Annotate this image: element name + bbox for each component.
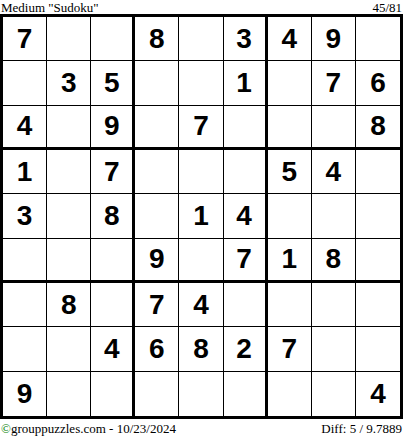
cell-r3c5: 7 xyxy=(179,106,223,150)
cell-r6c8: 8 xyxy=(312,239,356,283)
cell-r1c6: 3 xyxy=(224,17,268,61)
cell-r7c4: 7 xyxy=(135,283,179,327)
cell-r6c4: 9 xyxy=(135,239,179,283)
cell-r3c9: 8 xyxy=(356,106,400,150)
cell-r6c1[interactable] xyxy=(3,239,47,283)
cell-r7c1[interactable] xyxy=(3,283,47,327)
cell-r4c6[interactable] xyxy=(224,150,268,194)
cell-r3c8[interactable] xyxy=(312,106,356,150)
cell-r4c3: 7 xyxy=(91,150,135,194)
cell-r2c6: 1 xyxy=(224,61,268,105)
cell-r6c3[interactable] xyxy=(91,239,135,283)
cell-r9c5[interactable] xyxy=(179,372,223,416)
cell-r9c3[interactable] xyxy=(91,372,135,416)
cell-r5c8[interactable] xyxy=(312,194,356,238)
cell-r6c5[interactable] xyxy=(179,239,223,283)
cell-r3c3: 9 xyxy=(91,106,135,150)
cell-r1c3[interactable] xyxy=(91,17,135,61)
cell-r7c7[interactable] xyxy=(268,283,312,327)
cell-r6c2[interactable] xyxy=(47,239,91,283)
cell-r7c5: 4 xyxy=(179,283,223,327)
cell-r5c9[interactable] xyxy=(356,194,400,238)
cell-r9c2[interactable] xyxy=(47,372,91,416)
cell-r1c7: 4 xyxy=(268,17,312,61)
cell-r5c6: 4 xyxy=(224,194,268,238)
cell-r5c1: 3 xyxy=(3,194,47,238)
cell-r8c1[interactable] xyxy=(3,327,47,371)
cell-r7c9[interactable] xyxy=(356,283,400,327)
cell-r8c3: 4 xyxy=(91,327,135,371)
cell-r4c8: 4 xyxy=(312,150,356,194)
copyright-credit: ©grouppuzzles.com - 10/23/2024 xyxy=(1,422,176,436)
cell-r3c6[interactable] xyxy=(224,106,268,150)
difficulty-rating: Diff: 5 / 9.7889 xyxy=(321,422,402,436)
cell-r5c3: 8 xyxy=(91,194,135,238)
cell-r7c2: 8 xyxy=(47,283,91,327)
cell-r4c2[interactable] xyxy=(47,150,91,194)
cell-r3c4[interactable] xyxy=(135,106,179,150)
cell-r1c8: 9 xyxy=(312,17,356,61)
cell-r5c4[interactable] xyxy=(135,194,179,238)
cell-r3c7[interactable] xyxy=(268,106,312,150)
cell-r3c1: 4 xyxy=(3,106,47,150)
cell-r1c4: 8 xyxy=(135,17,179,61)
cell-r8c7: 7 xyxy=(268,327,312,371)
credit-text: grouppuzzles.com - 10/23/2024 xyxy=(11,421,176,436)
cell-r2c5[interactable] xyxy=(179,61,223,105)
cell-r7c8[interactable] xyxy=(312,283,356,327)
cell-r5c7[interactable] xyxy=(268,194,312,238)
cell-r9c6[interactable] xyxy=(224,372,268,416)
cell-r8c2[interactable] xyxy=(47,327,91,371)
cell-r2c9: 6 xyxy=(356,61,400,105)
cell-r2c2: 3 xyxy=(47,61,91,105)
cell-r9c9: 4 xyxy=(356,372,400,416)
header: Medium "Sudoku" 45/81 xyxy=(0,0,403,14)
cell-r4c1: 1 xyxy=(3,150,47,194)
progress-counter: 45/81 xyxy=(372,1,402,14)
cell-r2c3: 5 xyxy=(91,61,135,105)
cell-r1c9[interactable] xyxy=(356,17,400,61)
cell-r7c3[interactable] xyxy=(91,283,135,327)
cell-r9c4[interactable] xyxy=(135,372,179,416)
cell-r1c2[interactable] xyxy=(47,17,91,61)
cell-r1c5[interactable] xyxy=(179,17,223,61)
cell-r4c5[interactable] xyxy=(179,150,223,194)
cell-r6c6: 7 xyxy=(224,239,268,283)
cell-r3c2[interactable] xyxy=(47,106,91,150)
cell-r8c5: 8 xyxy=(179,327,223,371)
cell-r8c9[interactable] xyxy=(356,327,400,371)
cell-r9c7[interactable] xyxy=(268,372,312,416)
cell-r2c1[interactable] xyxy=(3,61,47,105)
puzzle-title: Medium "Sudoku" xyxy=(1,1,99,14)
cell-r5c5: 1 xyxy=(179,194,223,238)
cell-r9c8[interactable] xyxy=(312,372,356,416)
cell-r8c6: 2 xyxy=(224,327,268,371)
cell-r2c8: 7 xyxy=(312,61,356,105)
sudoku-grid: 783493517649781754381497188744682794 xyxy=(0,14,403,419)
footer: ©grouppuzzles.com - 10/23/2024 Diff: 5 /… xyxy=(0,419,403,437)
cell-r6c7: 1 xyxy=(268,239,312,283)
copyright-icon: © xyxy=(1,421,11,436)
cell-r7c6[interactable] xyxy=(224,283,268,327)
cell-r9c1: 9 xyxy=(3,372,47,416)
cell-r6c9[interactable] xyxy=(356,239,400,283)
cell-r1c1: 7 xyxy=(3,17,47,61)
cell-r8c8[interactable] xyxy=(312,327,356,371)
cell-r4c9[interactable] xyxy=(356,150,400,194)
cell-r5c2[interactable] xyxy=(47,194,91,238)
sudoku-page: Medium "Sudoku" 45/81 783493517649781754… xyxy=(0,0,403,437)
cell-r4c4[interactable] xyxy=(135,150,179,194)
cell-r2c4[interactable] xyxy=(135,61,179,105)
cell-r2c7[interactable] xyxy=(268,61,312,105)
cell-r4c7: 5 xyxy=(268,150,312,194)
cell-r8c4: 6 xyxy=(135,327,179,371)
